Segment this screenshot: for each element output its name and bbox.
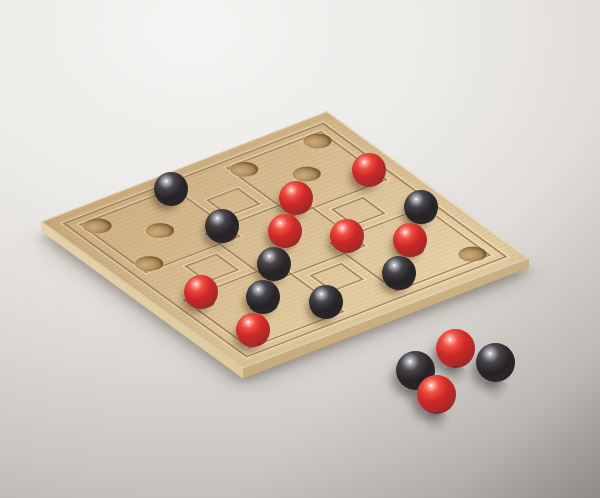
product-photo-scene <box>0 0 600 498</box>
marble-red[interactable] <box>184 275 218 309</box>
marble-red[interactable] <box>352 153 386 187</box>
marble-black[interactable] <box>257 247 291 281</box>
marble-red[interactable] <box>330 219 364 253</box>
marble-red[interactable] <box>279 181 313 215</box>
marble-red[interactable] <box>236 313 270 347</box>
marble-black[interactable] <box>154 172 188 206</box>
marble-reflection <box>421 412 451 433</box>
loose-marble-red[interactable] <box>417 375 456 414</box>
marble-black[interactable] <box>404 190 438 224</box>
loose-marble-black[interactable] <box>476 343 515 382</box>
loose-marble-red[interactable] <box>436 329 475 368</box>
marble-reflection <box>480 380 510 401</box>
marble-red[interactable] <box>268 214 302 248</box>
marble-black[interactable] <box>309 285 343 319</box>
